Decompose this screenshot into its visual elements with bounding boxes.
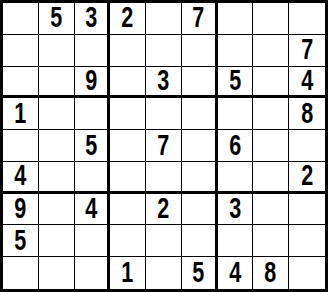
given-digit: 4 xyxy=(229,257,241,289)
cell-r3c7[interactable]: 5 xyxy=(218,67,254,99)
given-digit: 7 xyxy=(157,130,169,161)
cell-r1c9[interactable] xyxy=(289,3,325,35)
cell-r1c2[interactable]: 5 xyxy=(39,3,75,35)
cell-r4c1[interactable]: 1 xyxy=(3,98,39,130)
cell-r3c8[interactable] xyxy=(253,67,289,99)
given-digit: 3 xyxy=(157,67,169,97)
cell-r9c8[interactable]: 8 xyxy=(253,257,289,289)
cell-r6c1[interactable]: 4 xyxy=(3,162,39,194)
cell-r4c4[interactable] xyxy=(110,98,146,130)
cell-r6c4[interactable] xyxy=(110,162,146,194)
cell-r7c7[interactable]: 3 xyxy=(218,194,254,226)
given-digit: 5 xyxy=(229,67,241,97)
cell-r8c4[interactable] xyxy=(110,225,146,257)
cell-r1c7[interactable] xyxy=(218,3,254,35)
cell-r3c9[interactable]: 4 xyxy=(289,67,325,99)
cell-r5c8[interactable] xyxy=(253,130,289,162)
cell-r1c5[interactable] xyxy=(146,3,182,35)
cell-r4c3[interactable] xyxy=(75,98,111,130)
cell-r5c2[interactable] xyxy=(39,130,75,162)
cell-r2c3[interactable] xyxy=(75,35,111,67)
given-digit: 4 xyxy=(14,162,26,192)
cell-r2c7[interactable] xyxy=(218,35,254,67)
given-digit: 9 xyxy=(85,67,97,97)
cell-r8c5[interactable] xyxy=(146,225,182,257)
given-digit: 2 xyxy=(122,3,134,34)
cell-r8c7[interactable] xyxy=(218,225,254,257)
cell-r1c8[interactable] xyxy=(253,3,289,35)
cell-r5c7[interactable]: 6 xyxy=(218,130,254,162)
cell-r2c9[interactable]: 7 xyxy=(289,35,325,67)
cell-r7c3[interactable]: 4 xyxy=(75,194,111,226)
cell-r6c5[interactable] xyxy=(146,162,182,194)
cell-r7c1[interactable]: 9 xyxy=(3,194,39,226)
cell-r3c1[interactable] xyxy=(3,67,39,99)
given-digit: 4 xyxy=(301,67,313,97)
given-digit: 3 xyxy=(85,3,97,34)
cell-r7c6[interactable] xyxy=(182,194,218,226)
cell-r6c6[interactable] xyxy=(182,162,218,194)
cell-r9c2[interactable] xyxy=(39,257,75,289)
cell-r6c7[interactable] xyxy=(218,162,254,194)
cell-r2c1[interactable] xyxy=(3,35,39,67)
cell-r8c3[interactable] xyxy=(75,225,111,257)
cell-r3c3[interactable]: 9 xyxy=(75,67,111,99)
cell-r4c5[interactable] xyxy=(146,98,182,130)
given-digit: 4 xyxy=(85,194,97,225)
cell-r5c1[interactable] xyxy=(3,130,39,162)
cell-r6c3[interactable] xyxy=(75,162,111,194)
cell-r1c4[interactable]: 2 xyxy=(110,3,146,35)
cell-r2c5[interactable] xyxy=(146,35,182,67)
given-digit: 9 xyxy=(14,194,26,225)
cell-r5c5[interactable]: 7 xyxy=(146,130,182,162)
given-digit: 2 xyxy=(157,194,169,225)
sudoku-board: 5327793541857642942351548 xyxy=(0,0,328,292)
cell-r4c2[interactable] xyxy=(39,98,75,130)
cell-r4c7[interactable] xyxy=(218,98,254,130)
given-digit: 7 xyxy=(192,3,204,34)
cell-r8c9[interactable] xyxy=(289,225,325,257)
cell-r2c4[interactable] xyxy=(110,35,146,67)
cell-r8c6[interactable] xyxy=(182,225,218,257)
cell-r3c4[interactable] xyxy=(110,67,146,99)
cell-r1c3[interactable]: 3 xyxy=(75,3,111,35)
cell-r7c4[interactable] xyxy=(110,194,146,226)
cell-r9c9[interactable] xyxy=(289,257,325,289)
given-digit: 8 xyxy=(301,98,313,129)
cell-r2c6[interactable] xyxy=(182,35,218,67)
cell-r7c2[interactable] xyxy=(39,194,75,226)
given-digit: 3 xyxy=(229,194,241,225)
cell-r4c9[interactable]: 8 xyxy=(289,98,325,130)
cell-r6c8[interactable] xyxy=(253,162,289,194)
given-digit: 8 xyxy=(265,257,277,289)
cell-r5c3[interactable]: 5 xyxy=(75,130,111,162)
cell-r2c2[interactable] xyxy=(39,35,75,67)
cell-r6c9[interactable]: 2 xyxy=(289,162,325,194)
given-digit: 7 xyxy=(301,35,313,66)
cell-r9c5[interactable] xyxy=(146,257,182,289)
given-digit: 1 xyxy=(122,257,134,289)
cell-r9c7[interactable]: 4 xyxy=(218,257,254,289)
cell-r5c6[interactable] xyxy=(182,130,218,162)
cell-r3c6[interactable] xyxy=(182,67,218,99)
given-digit: 5 xyxy=(192,257,204,289)
given-digit: 6 xyxy=(229,130,241,161)
cell-r9c4[interactable]: 1 xyxy=(110,257,146,289)
cell-r8c8[interactable] xyxy=(253,225,289,257)
cell-r8c1[interactable]: 5 xyxy=(3,225,39,257)
cell-r7c9[interactable] xyxy=(289,194,325,226)
cell-r6c2[interactable] xyxy=(39,162,75,194)
cell-r3c5[interactable]: 3 xyxy=(146,67,182,99)
given-digit: 5 xyxy=(14,225,26,256)
given-digit: 5 xyxy=(50,3,62,34)
given-digit: 1 xyxy=(14,98,26,129)
given-digit: 2 xyxy=(301,162,313,192)
cell-r2c8[interactable] xyxy=(253,35,289,67)
given-digit: 5 xyxy=(85,130,97,161)
cell-r7c5[interactable]: 2 xyxy=(146,194,182,226)
cell-r4c8[interactable] xyxy=(253,98,289,130)
cell-r5c9[interactable] xyxy=(289,130,325,162)
cell-r9c6[interactable]: 5 xyxy=(182,257,218,289)
cell-r9c3[interactable] xyxy=(75,257,111,289)
cell-r3c2[interactable] xyxy=(39,67,75,99)
cell-r1c1[interactable] xyxy=(3,3,39,35)
cell-r8c2[interactable] xyxy=(39,225,75,257)
cell-r4c6[interactable] xyxy=(182,98,218,130)
cell-r9c1[interactable] xyxy=(3,257,39,289)
cell-r5c4[interactable] xyxy=(110,130,146,162)
cell-r7c8[interactable] xyxy=(253,194,289,226)
cell-r1c6[interactable]: 7 xyxy=(182,3,218,35)
